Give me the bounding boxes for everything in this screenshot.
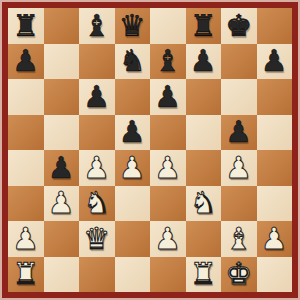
square-g1[interactable]: ♚ <box>221 257 257 293</box>
white-rook-piece: ♜ <box>8 257 44 293</box>
square-h4[interactable] <box>257 150 293 186</box>
square-g7[interactable] <box>221 44 257 80</box>
square-d4[interactable]: ♟ <box>115 150 151 186</box>
white-pawn-piece: ♟ <box>150 221 186 257</box>
white-queen-piece: ♛ <box>79 221 115 257</box>
white-pawn-piece: ♟ <box>150 150 186 186</box>
white-knight-piece: ♞ <box>186 186 222 222</box>
square-c2[interactable]: ♛ <box>79 221 115 257</box>
black-knight-piece: ♞ <box>115 44 151 80</box>
square-f8[interactable]: ♜ <box>186 8 222 44</box>
square-f6[interactable] <box>186 79 222 115</box>
square-d2[interactable] <box>115 221 151 257</box>
square-f3[interactable]: ♞ <box>186 186 222 222</box>
white-pawn-piece: ♟ <box>115 150 151 186</box>
square-a4[interactable] <box>8 150 44 186</box>
white-pawn-piece: ♟ <box>44 186 80 222</box>
black-pawn-piece: ♟ <box>44 150 80 186</box>
square-h8[interactable] <box>257 8 293 44</box>
black-pawn-piece: ♟ <box>79 79 115 115</box>
square-e5[interactable] <box>150 115 186 151</box>
square-g5[interactable]: ♟ <box>221 115 257 151</box>
square-c1[interactable] <box>79 257 115 293</box>
square-f2[interactable] <box>186 221 222 257</box>
square-g6[interactable] <box>221 79 257 115</box>
black-pawn-piece: ♟ <box>221 115 257 151</box>
square-c7[interactable] <box>79 44 115 80</box>
white-pawn-piece: ♟ <box>221 150 257 186</box>
square-d5[interactable]: ♟ <box>115 115 151 151</box>
square-h5[interactable] <box>257 115 293 151</box>
square-g3[interactable] <box>221 186 257 222</box>
square-d8[interactable]: ♛ <box>115 8 151 44</box>
square-f5[interactable] <box>186 115 222 151</box>
white-king-piece: ♚ <box>221 257 257 293</box>
square-h6[interactable] <box>257 79 293 115</box>
square-e6[interactable]: ♟ <box>150 79 186 115</box>
square-a6[interactable] <box>8 79 44 115</box>
white-pawn-piece: ♟ <box>257 221 293 257</box>
white-bishop-piece: ♝ <box>221 221 257 257</box>
white-pawn-piece: ♟ <box>79 150 115 186</box>
square-h1[interactable] <box>257 257 293 293</box>
square-f4[interactable] <box>186 150 222 186</box>
square-c6[interactable]: ♟ <box>79 79 115 115</box>
square-e1[interactable] <box>150 257 186 293</box>
square-h3[interactable] <box>257 186 293 222</box>
square-d3[interactable] <box>115 186 151 222</box>
square-d1[interactable] <box>115 257 151 293</box>
square-a7[interactable]: ♟ <box>8 44 44 80</box>
square-f1[interactable]: ♜ <box>186 257 222 293</box>
square-a8[interactable]: ♜ <box>8 8 44 44</box>
square-a3[interactable] <box>8 186 44 222</box>
square-e2[interactable]: ♟ <box>150 221 186 257</box>
square-c5[interactable] <box>79 115 115 151</box>
black-rook-piece: ♜ <box>186 8 222 44</box>
black-bishop-piece: ♝ <box>79 8 115 44</box>
square-c3[interactable]: ♞ <box>79 186 115 222</box>
black-pawn-piece: ♟ <box>257 44 293 80</box>
square-b8[interactable] <box>44 8 80 44</box>
square-a2[interactable]: ♟ <box>8 221 44 257</box>
square-a1[interactable]: ♜ <box>8 257 44 293</box>
square-g2[interactable]: ♝ <box>221 221 257 257</box>
square-e8[interactable] <box>150 8 186 44</box>
black-bishop-piece: ♝ <box>150 44 186 80</box>
white-rook-piece: ♜ <box>186 257 222 293</box>
black-pawn-piece: ♟ <box>150 79 186 115</box>
black-pawn-piece: ♟ <box>8 44 44 80</box>
square-g8[interactable]: ♚ <box>221 8 257 44</box>
square-b6[interactable] <box>44 79 80 115</box>
white-pawn-piece: ♟ <box>8 221 44 257</box>
square-b2[interactable] <box>44 221 80 257</box>
square-b7[interactable] <box>44 44 80 80</box>
square-b1[interactable] <box>44 257 80 293</box>
square-c8[interactable]: ♝ <box>79 8 115 44</box>
black-pawn-piece: ♟ <box>186 44 222 80</box>
black-queen-piece: ♛ <box>115 8 151 44</box>
chess-board: ♜♝♛♜♚♟♞♝♟♟♟♟♟♟♟♟♟♟♟♟♞♞♟♛♟♝♟♜♜♚ <box>8 8 292 292</box>
square-g4[interactable]: ♟ <box>221 150 257 186</box>
square-b4[interactable]: ♟ <box>44 150 80 186</box>
square-f7[interactable]: ♟ <box>186 44 222 80</box>
square-b5[interactable] <box>44 115 80 151</box>
chess-board-frame: ♜♝♛♜♚♟♞♝♟♟♟♟♟♟♟♟♟♟♟♟♞♞♟♛♟♝♟♜♜♚ <box>0 0 300 300</box>
black-pawn-piece: ♟ <box>115 115 151 151</box>
square-d6[interactable] <box>115 79 151 115</box>
square-e4[interactable]: ♟ <box>150 150 186 186</box>
square-h7[interactable]: ♟ <box>257 44 293 80</box>
black-king-piece: ♚ <box>221 8 257 44</box>
square-e3[interactable] <box>150 186 186 222</box>
black-rook-piece: ♜ <box>8 8 44 44</box>
square-e7[interactable]: ♝ <box>150 44 186 80</box>
square-c4[interactable]: ♟ <box>79 150 115 186</box>
white-knight-piece: ♞ <box>79 186 115 222</box>
square-b3[interactable]: ♟ <box>44 186 80 222</box>
square-h2[interactable]: ♟ <box>257 221 293 257</box>
square-d7[interactable]: ♞ <box>115 44 151 80</box>
square-a5[interactable] <box>8 115 44 151</box>
